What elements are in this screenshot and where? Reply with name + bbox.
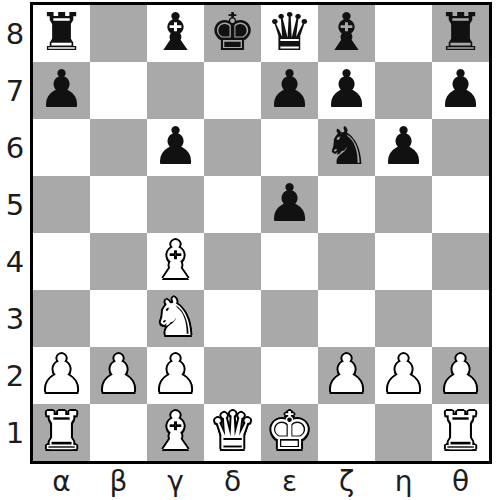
white-pawn[interactable]: ♟ [437,348,484,400]
white-rook[interactable]: ♜ [38,405,85,457]
square-g4[interactable] [375,233,432,290]
black-pawn[interactable]: ♟ [323,63,370,115]
square-g2[interactable]: ♟ [375,347,432,404]
square-a1[interactable]: ♜ [33,404,90,461]
black-rook[interactable]: ♜ [38,6,85,58]
square-b7[interactable] [90,62,147,119]
square-b3[interactable] [90,290,147,347]
rank-label-2: 2 [0,347,30,404]
rank-label-7: 7 [0,62,30,119]
square-c1[interactable]: ♝ [147,404,204,461]
file-label-ζ: ζ [318,464,375,498]
square-b5[interactable] [90,176,147,233]
black-rook[interactable]: ♜ [437,6,484,58]
square-c4[interactable]: ♝ [147,233,204,290]
square-b6[interactable] [90,119,147,176]
square-f4[interactable] [318,233,375,290]
square-a7[interactable]: ♟ [33,62,90,119]
square-f7[interactable]: ♟ [318,62,375,119]
rank-label-4: 4 [0,233,30,290]
square-b8[interactable] [90,5,147,62]
square-e8[interactable]: ♛ [261,5,318,62]
square-a2[interactable]: ♟ [33,347,90,404]
square-h1[interactable]: ♜ [432,404,489,461]
square-a3[interactable] [33,290,90,347]
square-h8[interactable]: ♜ [432,5,489,62]
square-a8[interactable]: ♜ [33,5,90,62]
square-f8[interactable]: ♝ [318,5,375,62]
black-bishop[interactable]: ♝ [323,6,370,58]
square-e6[interactable] [261,119,318,176]
square-e1[interactable]: ♚ [261,404,318,461]
board: ♜♝♚♛♝♜♟♟♟♟♟♞♟♟♝♞♟♟♟♟♟♟♜♝♛♚♜ [30,2,492,464]
black-knight[interactable]: ♞ [323,120,370,172]
square-c5[interactable] [147,176,204,233]
square-d6[interactable] [204,119,261,176]
rank-label-8: 8 [0,5,30,62]
white-knight[interactable]: ♞ [152,291,199,343]
file-label-γ: γ [147,464,204,498]
square-h3[interactable] [432,290,489,347]
square-c7[interactable] [147,62,204,119]
square-c2[interactable]: ♟ [147,347,204,404]
square-d2[interactable] [204,347,261,404]
white-pawn[interactable]: ♟ [323,348,370,400]
black-pawn[interactable]: ♟ [152,120,199,172]
square-c8[interactable]: ♝ [147,5,204,62]
square-h7[interactable]: ♟ [432,62,489,119]
black-bishop[interactable]: ♝ [152,6,199,58]
black-pawn[interactable]: ♟ [266,63,313,115]
file-label-θ: θ [432,464,489,498]
black-pawn[interactable]: ♟ [38,63,85,115]
square-d3[interactable] [204,290,261,347]
white-pawn[interactable]: ♟ [38,348,85,400]
file-label-ε: ε [261,464,318,498]
white-pawn[interactable]: ♟ [380,348,427,400]
square-g6[interactable]: ♟ [375,119,432,176]
square-b2[interactable]: ♟ [90,347,147,404]
file-label-α: α [33,464,90,498]
square-d5[interactable] [204,176,261,233]
square-g5[interactable] [375,176,432,233]
white-king[interactable]: ♚ [266,405,313,457]
square-e7[interactable]: ♟ [261,62,318,119]
square-c3[interactable]: ♞ [147,290,204,347]
square-e4[interactable] [261,233,318,290]
square-e5[interactable]: ♟ [261,176,318,233]
rank-label-3: 3 [0,290,30,347]
file-label-δ: δ [204,464,261,498]
rank-label-5: 5 [0,176,30,233]
square-h5[interactable] [432,176,489,233]
square-f6[interactable]: ♞ [318,119,375,176]
square-b4[interactable] [90,233,147,290]
square-f2[interactable]: ♟ [318,347,375,404]
white-bishop[interactable]: ♝ [152,234,199,286]
square-d8[interactable]: ♚ [204,5,261,62]
black-pawn[interactable]: ♟ [266,177,313,229]
file-labels: αβγδεζηθ [33,464,489,498]
white-pawn[interactable]: ♟ [152,348,199,400]
square-f1[interactable] [318,404,375,461]
square-f5[interactable] [318,176,375,233]
square-h4[interactable] [432,233,489,290]
square-e3[interactable] [261,290,318,347]
square-g7[interactable] [375,62,432,119]
black-pawn[interactable]: ♟ [437,63,484,115]
square-h6[interactable] [432,119,489,176]
square-h2[interactable]: ♟ [432,347,489,404]
square-g1[interactable] [375,404,432,461]
white-bishop[interactable]: ♝ [152,405,199,457]
square-d4[interactable] [204,233,261,290]
file-label-η: η [375,464,432,498]
square-d7[interactable] [204,62,261,119]
black-pawn[interactable]: ♟ [380,120,427,172]
rank-label-1: 1 [0,404,30,461]
rank-labels: 87654321 [0,5,30,461]
white-pawn[interactable]: ♟ [95,348,142,400]
white-rook[interactable]: ♜ [437,405,484,457]
square-e2[interactable] [261,347,318,404]
white-queen[interactable]: ♛ [209,405,256,457]
square-c6[interactable]: ♟ [147,119,204,176]
square-a4[interactable] [33,233,90,290]
black-queen[interactable]: ♛ [266,6,313,58]
file-label-β: β [90,464,147,498]
square-a6[interactable] [33,119,90,176]
square-g3[interactable] [375,290,432,347]
square-d1[interactable]: ♛ [204,404,261,461]
square-a5[interactable] [33,176,90,233]
chess-diagram: 87654321 ♜♝♚♛♝♜♟♟♟♟♟♞♟♟♝♞♟♟♟♟♟♟♜♝♛♚♜ αβγ… [0,0,500,500]
square-b1[interactable] [90,404,147,461]
square-g8[interactable] [375,5,432,62]
square-f3[interactable] [318,290,375,347]
black-king[interactable]: ♚ [209,6,256,58]
rank-label-6: 6 [0,119,30,176]
